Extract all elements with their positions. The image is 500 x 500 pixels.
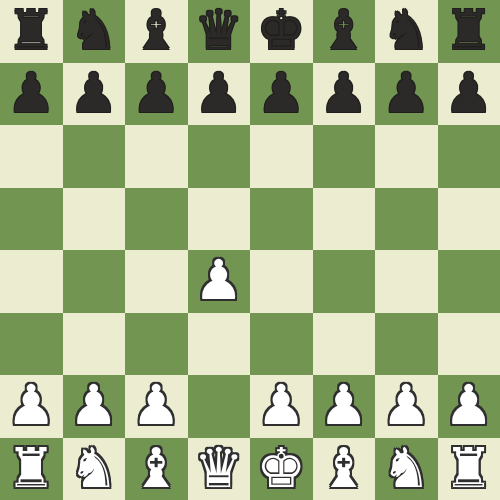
square-d7[interactable]: ♟ — [188, 63, 251, 126]
black-pawn-icon[interactable]: ♟ — [7, 62, 56, 124]
square-d1[interactable]: ♛ — [188, 438, 251, 500]
white-pawn-icon[interactable]: ♟ — [382, 374, 431, 436]
white-rook-icon[interactable]: ♜ — [444, 437, 493, 499]
square-b6[interactable] — [63, 125, 126, 188]
chess-board: ♜♞♝♛♚♝♞♜♟♟♟♟♟♟♟♟♟♟♟♟♟♟♟♟♜♞♝♛♚♝♞♜ — [0, 0, 500, 500]
black-knight-icon[interactable]: ♞ — [382, 0, 431, 61]
square-h1[interactable]: ♜ — [438, 438, 500, 500]
square-f8[interactable]: ♝ — [313, 0, 376, 63]
square-e2[interactable]: ♟ — [250, 375, 313, 438]
square-b4[interactable] — [63, 250, 126, 313]
square-c1[interactable]: ♝ — [125, 438, 188, 500]
white-pawn-icon[interactable]: ♟ — [257, 374, 306, 436]
white-pawn-icon[interactable]: ♟ — [132, 374, 181, 436]
black-pawn-icon[interactable]: ♟ — [382, 62, 431, 124]
square-f1[interactable]: ♝ — [313, 438, 376, 500]
square-d3[interactable] — [188, 313, 251, 376]
square-h8[interactable]: ♜ — [438, 0, 500, 63]
square-c4[interactable] — [125, 250, 188, 313]
square-d4[interactable]: ♟ — [188, 250, 251, 313]
square-d6[interactable] — [188, 125, 251, 188]
square-e5[interactable] — [250, 188, 313, 251]
black-bishop-icon[interactable]: ♝ — [132, 0, 181, 61]
square-e3[interactable] — [250, 313, 313, 376]
square-g5[interactable] — [375, 188, 438, 251]
square-b1[interactable]: ♞ — [63, 438, 126, 500]
white-pawn-icon[interactable]: ♟ — [319, 374, 368, 436]
white-pawn-icon[interactable]: ♟ — [194, 249, 243, 311]
square-g7[interactable]: ♟ — [375, 63, 438, 126]
square-f5[interactable] — [313, 188, 376, 251]
square-g2[interactable]: ♟ — [375, 375, 438, 438]
square-d5[interactable] — [188, 188, 251, 251]
white-pawn-icon[interactable]: ♟ — [7, 374, 56, 436]
square-a3[interactable] — [0, 313, 63, 376]
square-e7[interactable]: ♟ — [250, 63, 313, 126]
black-pawn-icon[interactable]: ♟ — [69, 62, 118, 124]
square-e6[interactable] — [250, 125, 313, 188]
black-pawn-icon[interactable]: ♟ — [132, 62, 181, 124]
square-g3[interactable] — [375, 313, 438, 376]
square-c6[interactable] — [125, 125, 188, 188]
square-a4[interactable] — [0, 250, 63, 313]
square-g4[interactable] — [375, 250, 438, 313]
square-a2[interactable]: ♟ — [0, 375, 63, 438]
square-b5[interactable] — [63, 188, 126, 251]
black-queen-icon[interactable]: ♛ — [194, 0, 243, 61]
square-f3[interactable] — [313, 313, 376, 376]
square-a7[interactable]: ♟ — [0, 63, 63, 126]
square-f2[interactable]: ♟ — [313, 375, 376, 438]
square-b3[interactable] — [63, 313, 126, 376]
square-f4[interactable] — [313, 250, 376, 313]
square-c2[interactable]: ♟ — [125, 375, 188, 438]
square-f6[interactable] — [313, 125, 376, 188]
square-g8[interactable]: ♞ — [375, 0, 438, 63]
square-h3[interactable] — [438, 313, 500, 376]
black-rook-icon[interactable]: ♜ — [444, 0, 493, 61]
square-a8[interactable]: ♜ — [0, 0, 63, 63]
square-c3[interactable] — [125, 313, 188, 376]
square-d2[interactable] — [188, 375, 251, 438]
square-a5[interactable] — [0, 188, 63, 251]
square-h6[interactable] — [438, 125, 500, 188]
square-g6[interactable] — [375, 125, 438, 188]
square-a1[interactable]: ♜ — [0, 438, 63, 500]
white-pawn-icon[interactable]: ♟ — [69, 374, 118, 436]
white-bishop-icon[interactable]: ♝ — [319, 437, 368, 499]
square-b7[interactable]: ♟ — [63, 63, 126, 126]
square-h5[interactable] — [438, 188, 500, 251]
square-h7[interactable]: ♟ — [438, 63, 500, 126]
white-knight-icon[interactable]: ♞ — [69, 437, 118, 499]
square-h4[interactable] — [438, 250, 500, 313]
black-king-icon[interactable]: ♚ — [257, 0, 306, 61]
white-rook-icon[interactable]: ♜ — [7, 437, 56, 499]
square-c5[interactable] — [125, 188, 188, 251]
square-e8[interactable]: ♚ — [250, 0, 313, 63]
black-pawn-icon[interactable]: ♟ — [257, 62, 306, 124]
square-g1[interactable]: ♞ — [375, 438, 438, 500]
black-pawn-icon[interactable]: ♟ — [194, 62, 243, 124]
black-knight-icon[interactable]: ♞ — [69, 0, 118, 61]
square-e1[interactable]: ♚ — [250, 438, 313, 500]
square-c8[interactable]: ♝ — [125, 0, 188, 63]
chess-board-container: ♜♞♝♛♚♝♞♜♟♟♟♟♟♟♟♟♟♟♟♟♟♟♟♟♜♞♝♛♚♝♞♜ — [0, 0, 500, 500]
black-rook-icon[interactable]: ♜ — [7, 0, 56, 61]
white-queen-icon[interactable]: ♛ — [194, 437, 243, 499]
square-e4[interactable] — [250, 250, 313, 313]
square-b8[interactable]: ♞ — [63, 0, 126, 63]
white-bishop-icon[interactable]: ♝ — [132, 437, 181, 499]
square-d8[interactable]: ♛ — [188, 0, 251, 63]
black-bishop-icon[interactable]: ♝ — [319, 0, 368, 61]
square-a6[interactable] — [0, 125, 63, 188]
square-c7[interactable]: ♟ — [125, 63, 188, 126]
white-pawn-icon[interactable]: ♟ — [444, 374, 493, 436]
square-b2[interactable]: ♟ — [63, 375, 126, 438]
white-king-icon[interactable]: ♚ — [257, 437, 306, 499]
white-knight-icon[interactable]: ♞ — [382, 437, 431, 499]
black-pawn-icon[interactable]: ♟ — [444, 62, 493, 124]
square-f7[interactable]: ♟ — [313, 63, 376, 126]
square-h2[interactable]: ♟ — [438, 375, 500, 438]
black-pawn-icon[interactable]: ♟ — [319, 62, 368, 124]
